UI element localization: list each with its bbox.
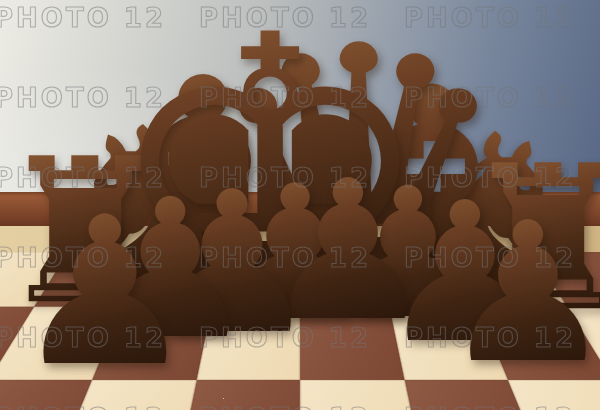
photo-scene: ♜♞♝♚♛♝♞♜♟♟♟♟♟♟♟♟ PHOTO 12PHOTO 12PHOTO 1… bbox=[0, 0, 600, 410]
chess-pieces-layer: ♜♞♝♚♛♝♞♜♟♟♟♟♟♟♟♟ bbox=[0, 0, 600, 410]
piece-pawn-1: ♟ bbox=[13, 190, 197, 395]
piece-pawn-8: ♟ bbox=[441, 197, 600, 390]
